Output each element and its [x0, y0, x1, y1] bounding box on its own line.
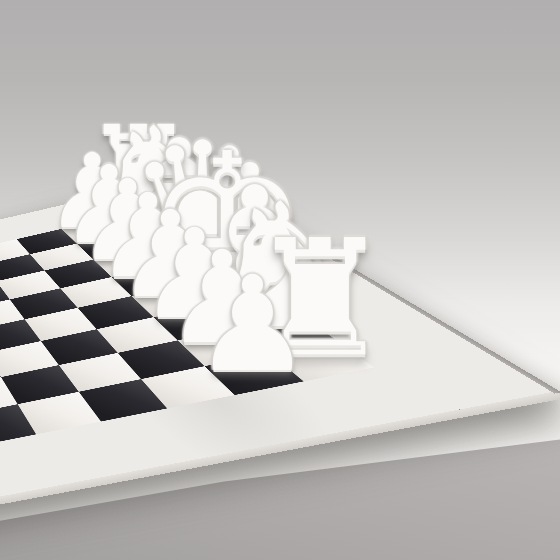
- chess-photo-scene: ♜♞♝♛♚♝♞♜♟♟♟♟♟♟♟♟: [0, 0, 560, 560]
- chess-board-wrap: [0, 0, 560, 560]
- chess-board: [0, 175, 552, 540]
